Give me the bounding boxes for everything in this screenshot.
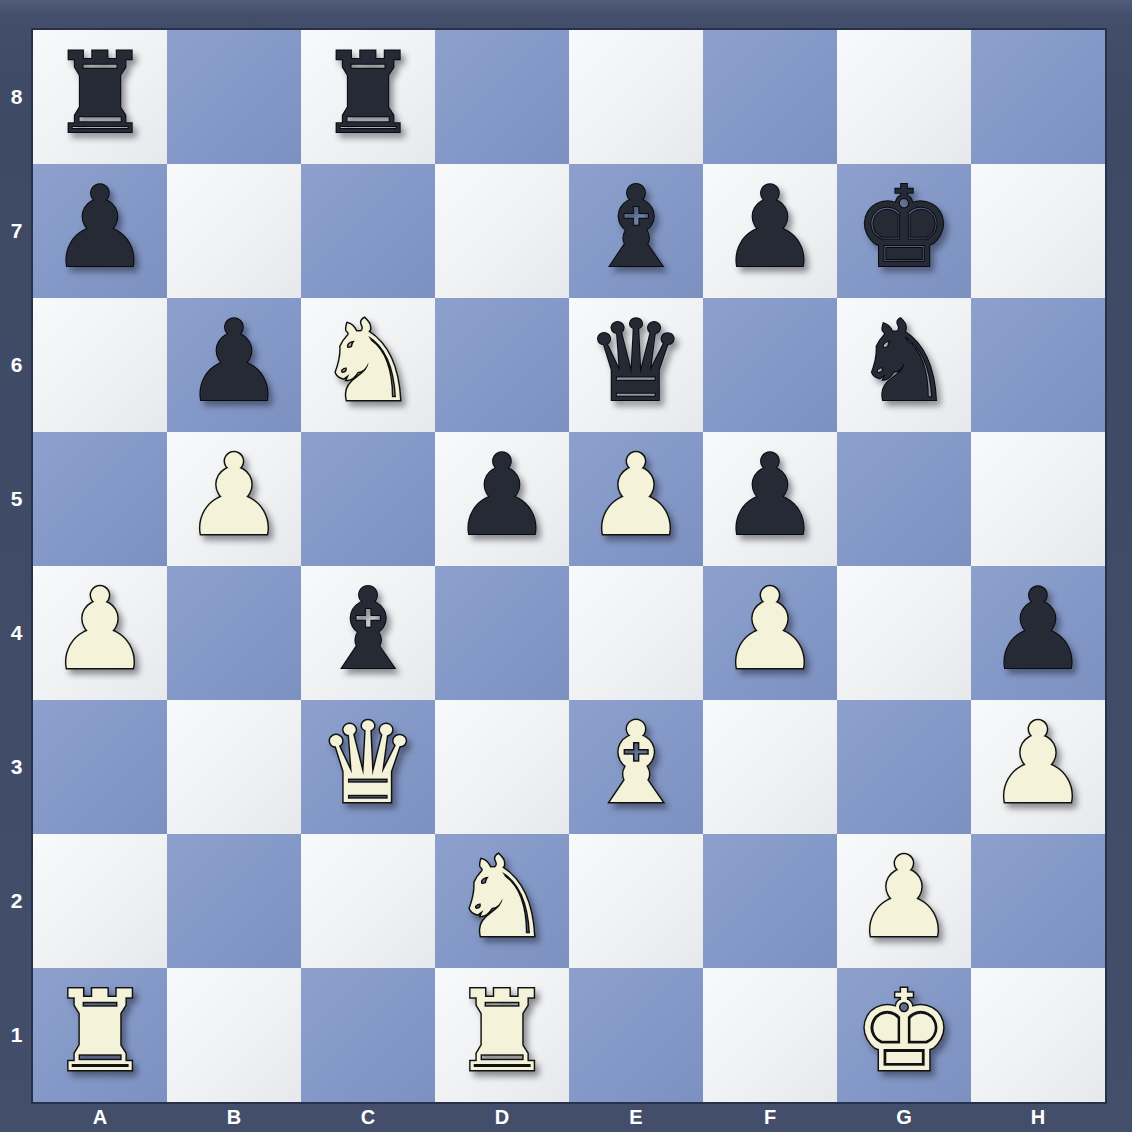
piece-black-pawn-h4[interactable]: ♟ (988, 562, 1088, 696)
piece-white-pawn-h3[interactable]: ♟ (988, 696, 1088, 830)
file-label-d: D (435, 1102, 569, 1132)
square-d4[interactable] (435, 566, 569, 700)
square-g3[interactable] (837, 700, 971, 834)
piece-black-pawn-a7[interactable]: ♟ (50, 160, 150, 294)
piece-black-rook-c8[interactable]: ♜ (318, 26, 418, 160)
piece-black-bishop-c4[interactable]: ♝ (318, 562, 418, 696)
square-e2[interactable] (569, 834, 703, 968)
square-c6[interactable]: ♞ (301, 298, 435, 432)
square-f6[interactable] (703, 298, 837, 432)
square-g4[interactable] (837, 566, 971, 700)
file-label-f: F (703, 1102, 837, 1132)
square-h7[interactable] (971, 164, 1105, 298)
square-e1[interactable] (569, 968, 703, 1102)
piece-white-king-g1[interactable]: ♚ (854, 964, 954, 1098)
rank-label-1: 1 (0, 968, 33, 1102)
piece-white-pawn-g2[interactable]: ♟ (854, 830, 954, 964)
piece-white-knight-d2[interactable]: ♞ (452, 830, 552, 964)
rank-label-8: 8 (0, 30, 33, 164)
rank-labels: 87654321 (0, 30, 33, 1102)
square-a7[interactable]: ♟ (33, 164, 167, 298)
square-c1[interactable] (301, 968, 435, 1102)
square-c7[interactable] (301, 164, 435, 298)
file-label-g: G (837, 1102, 971, 1132)
piece-white-knight-c6[interactable]: ♞ (318, 294, 418, 428)
square-c4[interactable]: ♝ (301, 566, 435, 700)
piece-white-queen-c3[interactable]: ♛ (318, 696, 418, 830)
file-label-h: H (971, 1102, 1105, 1132)
square-g1[interactable]: ♚ (837, 968, 971, 1102)
square-f4[interactable]: ♟ (703, 566, 837, 700)
square-e3[interactable]: ♝ (569, 700, 703, 834)
piece-black-queen-e6[interactable]: ♛ (586, 294, 686, 428)
piece-white-bishop-e3[interactable]: ♝ (586, 696, 686, 830)
square-c2[interactable] (301, 834, 435, 968)
piece-black-knight-g6[interactable]: ♞ (854, 294, 954, 428)
square-f1[interactable] (703, 968, 837, 1102)
square-b2[interactable] (167, 834, 301, 968)
piece-white-pawn-f4[interactable]: ♟ (720, 562, 820, 696)
square-d8[interactable] (435, 30, 569, 164)
square-g5[interactable] (837, 432, 971, 566)
square-b7[interactable] (167, 164, 301, 298)
square-d3[interactable] (435, 700, 569, 834)
square-c5[interactable] (301, 432, 435, 566)
rank-label-6: 6 (0, 298, 33, 432)
piece-white-pawn-b5[interactable]: ♟ (184, 428, 284, 562)
square-h5[interactable] (971, 432, 1105, 566)
square-a4[interactable]: ♟ (33, 566, 167, 700)
piece-black-pawn-b6[interactable]: ♟ (184, 294, 284, 428)
square-h2[interactable] (971, 834, 1105, 968)
piece-black-king-g7[interactable]: ♚ (854, 160, 954, 294)
rank-label-2: 2 (0, 834, 33, 968)
square-f7[interactable]: ♟ (703, 164, 837, 298)
file-label-e: E (569, 1102, 703, 1132)
square-g8[interactable] (837, 30, 971, 164)
file-label-a: A (33, 1102, 167, 1132)
piece-black-pawn-f7[interactable]: ♟ (720, 160, 820, 294)
chess-board: ♜♜♟♝♟♚♟♞♛♞♟♟♟♟♟♝♟♟♛♝♟♞♟♜♜♚ (33, 30, 1105, 1102)
square-d6[interactable] (435, 298, 569, 432)
square-e6[interactable]: ♛ (569, 298, 703, 432)
square-e4[interactable] (569, 566, 703, 700)
square-b8[interactable] (167, 30, 301, 164)
square-a6[interactable] (33, 298, 167, 432)
square-h6[interactable] (971, 298, 1105, 432)
square-h3[interactable]: ♟ (971, 700, 1105, 834)
rank-label-5: 5 (0, 432, 33, 566)
square-g6[interactable]: ♞ (837, 298, 971, 432)
square-g2[interactable]: ♟ (837, 834, 971, 968)
square-f8[interactable] (703, 30, 837, 164)
square-b6[interactable]: ♟ (167, 298, 301, 432)
rank-label-7: 7 (0, 164, 33, 298)
square-f2[interactable] (703, 834, 837, 968)
square-e5[interactable]: ♟ (569, 432, 703, 566)
square-f3[interactable] (703, 700, 837, 834)
square-h1[interactable] (971, 968, 1105, 1102)
square-a8[interactable]: ♜ (33, 30, 167, 164)
square-e8[interactable] (569, 30, 703, 164)
piece-white-pawn-e5[interactable]: ♟ (586, 428, 686, 562)
square-d1[interactable]: ♜ (435, 968, 569, 1102)
square-b4[interactable] (167, 566, 301, 700)
piece-white-rook-a1[interactable]: ♜ (50, 964, 150, 1098)
square-c8[interactable]: ♜ (301, 30, 435, 164)
piece-black-pawn-f5[interactable]: ♟ (720, 428, 820, 562)
square-d2[interactable]: ♞ (435, 834, 569, 968)
square-a5[interactable] (33, 432, 167, 566)
square-d7[interactable] (435, 164, 569, 298)
file-labels: ABCDEFGH (33, 1102, 1105, 1132)
board-frame: 87654321 ♜♜♟♝♟♚♟♞♛♞♟♟♟♟♟♝♟♟♛♝♟♞♟♜♜♚ ABCD… (0, 0, 1132, 1132)
square-a2[interactable] (33, 834, 167, 968)
square-g7[interactable]: ♚ (837, 164, 971, 298)
square-e7[interactable]: ♝ (569, 164, 703, 298)
rank-label-4: 4 (0, 566, 33, 700)
piece-black-pawn-d5[interactable]: ♟ (452, 428, 552, 562)
square-c3[interactable]: ♛ (301, 700, 435, 834)
piece-white-rook-d1[interactable]: ♜ (452, 964, 552, 1098)
square-f5[interactable]: ♟ (703, 432, 837, 566)
rank-label-3: 3 (0, 700, 33, 834)
piece-white-pawn-a4[interactable]: ♟ (50, 562, 150, 696)
square-a3[interactable] (33, 700, 167, 834)
file-label-c: C (301, 1102, 435, 1132)
square-b1[interactable] (167, 968, 301, 1102)
square-h8[interactable] (971, 30, 1105, 164)
piece-black-bishop-e7[interactable]: ♝ (586, 160, 686, 294)
square-d5[interactable]: ♟ (435, 432, 569, 566)
file-label-b: B (167, 1102, 301, 1132)
square-a1[interactable]: ♜ (33, 968, 167, 1102)
square-h4[interactable]: ♟ (971, 566, 1105, 700)
square-b3[interactable] (167, 700, 301, 834)
square-b5[interactable]: ♟ (167, 432, 301, 566)
piece-black-rook-a8[interactable]: ♜ (50, 26, 150, 160)
